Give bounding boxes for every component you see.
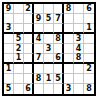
cell-r4c9[interactable] (84, 34, 94, 44)
cell-r9c6[interactable] (54, 84, 64, 94)
given-digit: 7 (55, 15, 61, 23)
cell-r6c2[interactable]: 1 (14, 54, 24, 64)
given-digit: 1 (86, 24, 92, 32)
given-digit: 3 (66, 85, 72, 93)
cell-r3c7[interactable] (64, 24, 74, 34)
given-digit: 6 (86, 5, 92, 13)
cell-r1c9[interactable]: 6 (84, 4, 94, 14)
cell-r9c7[interactable]: 3 (64, 84, 74, 94)
cell-r6c4[interactable]: 7 (34, 54, 44, 64)
given-digit: 8 (76, 54, 82, 62)
cell-r4c7[interactable] (64, 34, 74, 44)
cell-r7c9[interactable]: 2 (84, 64, 94, 74)
cell-r6c5[interactable] (44, 54, 54, 64)
cell-r7c1[interactable]: 1 (4, 64, 14, 74)
cell-r5c9[interactable] (84, 44, 94, 54)
cell-r2c2[interactable] (14, 14, 24, 24)
given-digit: 5 (6, 85, 12, 93)
cell-r4c4[interactable]: 4 (34, 34, 44, 44)
cell-r3c4[interactable] (34, 24, 44, 34)
cell-r8c7[interactable] (64, 74, 74, 84)
cell-r7c2[interactable] (14, 64, 24, 74)
given-digit: 1 (6, 65, 12, 73)
cell-r8c1[interactable] (4, 74, 14, 84)
cell-r8c9[interactable] (84, 74, 94, 84)
given-digit: 9 (36, 15, 42, 23)
cell-r1c4[interactable] (34, 4, 44, 14)
cell-r3c2[interactable] (14, 24, 24, 34)
cell-r6c9[interactable] (84, 54, 94, 64)
cell-r9c2[interactable] (14, 84, 24, 94)
given-digit: 6 (25, 85, 31, 93)
cell-r7c8[interactable] (74, 64, 84, 74)
given-digit: 2 (86, 65, 92, 73)
cell-r6c6[interactable]: 6 (54, 54, 64, 64)
cell-r5c7[interactable] (64, 44, 74, 54)
cell-r6c8[interactable]: 8 (74, 54, 84, 64)
sudoku-board: 92869573154832341768128155638 (2, 2, 96, 96)
cell-r8c5[interactable]: 1 (44, 74, 54, 84)
cell-r9c3[interactable]: 6 (24, 84, 34, 94)
cell-r8c2[interactable] (14, 74, 24, 84)
cell-r4c2[interactable]: 5 (14, 34, 24, 44)
cell-r8c3[interactable] (24, 74, 34, 84)
cell-r7c6[interactable] (54, 64, 64, 74)
cell-r1c6[interactable] (54, 4, 64, 14)
cell-r9c9[interactable]: 8 (84, 84, 94, 94)
cell-r2c5[interactable]: 5 (44, 14, 54, 24)
given-digit: 9 (6, 5, 12, 13)
given-digit: 6 (55, 54, 61, 62)
cell-r6c1[interactable] (4, 54, 14, 64)
given-digit: 5 (55, 75, 61, 83)
cell-r8c6[interactable]: 5 (54, 74, 64, 84)
cell-r7c5[interactable] (44, 64, 54, 74)
given-digit: 3 (6, 24, 12, 32)
cell-r5c3[interactable] (24, 44, 34, 54)
cell-r7c7[interactable] (64, 64, 74, 74)
cell-r2c6[interactable]: 7 (54, 14, 64, 24)
cell-r9c4[interactable] (34, 84, 44, 94)
cell-r4c8[interactable]: 3 (74, 34, 84, 44)
cell-r1c2[interactable] (14, 4, 24, 14)
given-digit: 8 (66, 5, 72, 13)
given-digit: 2 (16, 45, 22, 53)
cell-r2c7[interactable] (64, 14, 74, 24)
cell-r2c4[interactable]: 9 (34, 14, 44, 24)
cell-r1c5[interactable] (44, 4, 54, 14)
cell-r1c8[interactable] (74, 4, 84, 14)
given-digit: 8 (36, 75, 42, 83)
cell-r1c3[interactable]: 2 (24, 4, 34, 14)
given-digit: 5 (46, 15, 52, 23)
cell-r3c3[interactable] (24, 24, 34, 34)
given-digit: 4 (36, 35, 42, 43)
cell-r5c1[interactable] (4, 44, 14, 54)
cell-r4c3[interactable] (24, 34, 34, 44)
cell-r6c3[interactable] (24, 54, 34, 64)
cell-r2c3[interactable] (24, 14, 34, 24)
cell-r3c1[interactable]: 3 (4, 24, 14, 34)
cell-r7c3[interactable] (24, 64, 34, 74)
given-digit: 1 (16, 54, 22, 62)
cell-r1c7[interactable]: 8 (64, 4, 74, 14)
given-digit: 5 (16, 35, 22, 43)
cell-r5c5[interactable]: 3 (44, 44, 54, 54)
cell-r3c9[interactable]: 1 (84, 24, 94, 34)
cell-r6c7[interactable] (64, 54, 74, 64)
given-digit: 8 (86, 85, 92, 93)
given-digit: 2 (25, 5, 31, 13)
cell-r1c1[interactable]: 9 (4, 4, 14, 14)
cell-r4c6[interactable]: 8 (54, 34, 64, 44)
cell-r3c6[interactable] (54, 24, 64, 34)
given-digit: 4 (76, 45, 82, 53)
cell-r9c5[interactable] (44, 84, 54, 94)
cell-r8c4[interactable]: 8 (34, 74, 44, 84)
cell-r2c8[interactable] (74, 14, 84, 24)
given-digit: 7 (36, 54, 42, 62)
given-digit: 3 (76, 35, 82, 43)
cell-r3c5[interactable] (44, 24, 54, 34)
cell-r9c8[interactable] (74, 84, 84, 94)
cell-r4c1[interactable] (4, 34, 14, 44)
given-digit: 1 (46, 75, 52, 83)
given-digit: 8 (55, 35, 61, 43)
given-digit: 3 (46, 45, 52, 53)
cell-r4c5[interactable] (44, 34, 54, 44)
cell-r8c8[interactable] (74, 74, 84, 84)
cell-r9c1[interactable]: 5 (4, 84, 14, 94)
cell-r7c4[interactable] (34, 64, 44, 74)
cell-r3c8[interactable] (74, 24, 84, 34)
